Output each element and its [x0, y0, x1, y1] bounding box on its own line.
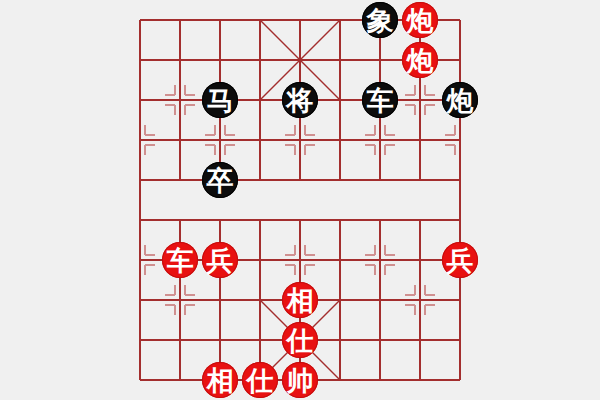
piece-black-soldier[interactable]: 卒 [202, 162, 238, 198]
piece-black-chariot[interactable]: 车 [362, 82, 398, 118]
piece-black-horse[interactable]: 马 [202, 82, 238, 118]
piece-red-chariot[interactable]: 车 [162, 242, 198, 278]
board-grid[interactable]: 象炮炮马将车炮卒车兵兵相仕相仕帅 [120, 0, 480, 400]
piece-red-elephant-1[interactable]: 相 [282, 282, 318, 318]
piece-black-elephant[interactable]: 象 [362, 2, 398, 38]
piece-red-soldier-2[interactable]: 兵 [442, 242, 478, 278]
piece-red-soldier-1[interactable]: 兵 [202, 242, 238, 278]
piece-red-cannon-2[interactable]: 炮 [402, 42, 438, 78]
xiangqi-board: 象炮炮马将车炮卒车兵兵相仕相仕帅 [0, 0, 600, 400]
piece-red-advisor-1[interactable]: 仕 [282, 322, 318, 358]
piece-black-cannon[interactable]: 炮 [442, 82, 478, 118]
piece-red-general[interactable]: 帅 [282, 362, 318, 398]
piece-red-advisor-2[interactable]: 仕 [242, 362, 278, 398]
piece-red-elephant-2[interactable]: 相 [202, 362, 238, 398]
piece-black-general[interactable]: 将 [282, 82, 318, 118]
piece-red-cannon-1[interactable]: 炮 [402, 2, 438, 38]
